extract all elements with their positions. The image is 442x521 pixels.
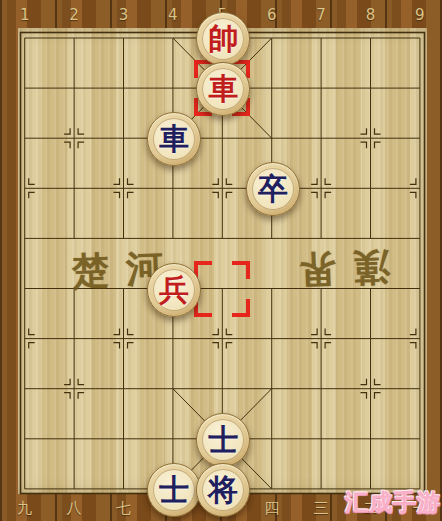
piece-glyph: 車 (159, 124, 189, 154)
piece-face: 卒 (252, 168, 294, 210)
piece-black-advisor[interactable]: 士 (196, 413, 250, 467)
piece-black-soldier[interactable]: 卒 (246, 162, 300, 216)
piece-glyph: 卒 (258, 174, 288, 204)
xiangqi-board-screen: 楚河 漢界 123456789九八七六五四三二一 帥車車卒兵士士将 汇成手游 (0, 0, 442, 521)
piece-glyph: 車 (208, 74, 238, 104)
piece-black-advisor[interactable]: 士 (147, 463, 201, 517)
piece-red-general[interactable]: 帥 (196, 12, 250, 66)
watermark: 汇成手游 (345, 487, 441, 518)
piece-red-chariot[interactable]: 車 (196, 62, 250, 116)
piece-glyph: 将 (208, 475, 238, 505)
piece-face: 車 (202, 68, 244, 110)
piece-glyph: 帥 (208, 24, 238, 54)
piece-black-chariot[interactable]: 車 (147, 112, 201, 166)
piece-face: 将 (202, 469, 244, 511)
piece-face: 車 (153, 118, 195, 160)
piece-face: 帥 (202, 18, 244, 60)
piece-face: 士 (153, 469, 195, 511)
piece-face: 士 (202, 419, 244, 461)
piece-face: 兵 (153, 269, 195, 311)
piece-glyph: 士 (159, 475, 189, 505)
piece-black-general[interactable]: 将 (196, 463, 250, 517)
piece-glyph: 士 (208, 425, 238, 455)
piece-red-soldier[interactable]: 兵 (147, 263, 201, 317)
piece-glyph: 兵 (159, 275, 189, 305)
river-label-han-jie: 漢界 (281, 241, 391, 295)
